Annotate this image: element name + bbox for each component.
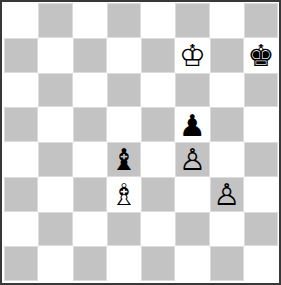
square-e3[interactable] <box>141 177 175 212</box>
white-king-piece[interactable]: ♔ <box>179 41 206 71</box>
square-c8[interactable] <box>73 3 107 38</box>
square-b3[interactable] <box>38 177 72 212</box>
square-h3[interactable] <box>244 177 278 212</box>
square-a8[interactable] <box>4 3 38 38</box>
square-c2[interactable] <box>73 212 107 247</box>
square-f2[interactable] <box>175 212 209 247</box>
square-a7[interactable] <box>4 38 38 73</box>
black-king-piece[interactable]: ♚ <box>247 41 274 71</box>
square-h5[interactable] <box>244 107 278 142</box>
square-g2[interactable] <box>210 212 244 247</box>
square-h4[interactable] <box>244 142 278 177</box>
square-f6[interactable] <box>175 73 209 108</box>
square-d2[interactable] <box>107 212 141 247</box>
chess-board: ♔♚♟♝♙♗♙ <box>4 3 278 281</box>
black-bishop-piece[interactable]: ♝ <box>110 145 137 175</box>
square-d5[interactable] <box>107 107 141 142</box>
square-d1[interactable] <box>107 246 141 281</box>
square-e1[interactable] <box>141 246 175 281</box>
square-h1[interactable] <box>244 246 278 281</box>
square-g3[interactable]: ♙ <box>210 177 244 212</box>
square-b6[interactable] <box>38 73 72 108</box>
square-e8[interactable] <box>141 3 175 38</box>
square-a6[interactable] <box>4 73 38 108</box>
square-b2[interactable] <box>38 212 72 247</box>
square-c3[interactable] <box>73 177 107 212</box>
square-g1[interactable] <box>210 246 244 281</box>
square-a4[interactable] <box>4 142 38 177</box>
square-h2[interactable] <box>244 212 278 247</box>
square-f1[interactable] <box>175 246 209 281</box>
square-b5[interactable] <box>38 107 72 142</box>
square-d4[interactable]: ♝ <box>107 142 141 177</box>
square-e7[interactable] <box>141 38 175 73</box>
white-pawn-piece[interactable]: ♙ <box>179 145 206 175</box>
square-c4[interactable] <box>73 142 107 177</box>
square-d8[interactable] <box>107 3 141 38</box>
square-b4[interactable] <box>38 142 72 177</box>
square-c5[interactable] <box>73 107 107 142</box>
square-f4[interactable]: ♙ <box>175 142 209 177</box>
square-g5[interactable] <box>210 107 244 142</box>
square-b1[interactable] <box>38 246 72 281</box>
square-c7[interactable] <box>73 38 107 73</box>
chess-diagram-frame: ♔♚♟♝♙♗♙ <box>0 0 281 285</box>
square-f7[interactable]: ♔ <box>175 38 209 73</box>
square-g8[interactable] <box>210 3 244 38</box>
black-pawn-piece[interactable]: ♟ <box>179 111 206 141</box>
square-e5[interactable] <box>141 107 175 142</box>
white-pawn-piece[interactable]: ♙ <box>213 180 240 210</box>
square-a2[interactable] <box>4 212 38 247</box>
square-d3[interactable]: ♗ <box>107 177 141 212</box>
square-f8[interactable] <box>175 3 209 38</box>
square-d6[interactable] <box>107 73 141 108</box>
square-e2[interactable] <box>141 212 175 247</box>
square-h7[interactable]: ♚ <box>244 38 278 73</box>
square-g7[interactable] <box>210 38 244 73</box>
square-e4[interactable] <box>141 142 175 177</box>
square-f5[interactable]: ♟ <box>175 107 209 142</box>
white-bishop-piece[interactable]: ♗ <box>110 180 137 210</box>
square-e6[interactable] <box>141 73 175 108</box>
square-f3[interactable] <box>175 177 209 212</box>
square-a1[interactable] <box>4 246 38 281</box>
square-c6[interactable] <box>73 73 107 108</box>
square-a5[interactable] <box>4 107 38 142</box>
square-g6[interactable] <box>210 73 244 108</box>
square-c1[interactable] <box>73 246 107 281</box>
square-d7[interactable] <box>107 38 141 73</box>
square-h6[interactable] <box>244 73 278 108</box>
square-g4[interactable] <box>210 142 244 177</box>
square-a3[interactable] <box>4 177 38 212</box>
square-b7[interactable] <box>38 38 72 73</box>
square-b8[interactable] <box>38 3 72 38</box>
square-h8[interactable] <box>244 3 278 38</box>
